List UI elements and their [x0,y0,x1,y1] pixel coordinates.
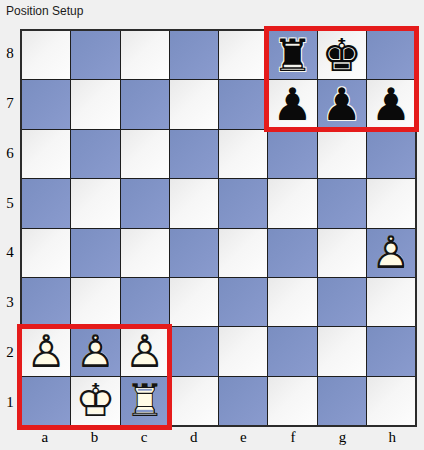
rank-labels: 87654321 [2,29,18,427]
square-e2[interactable] [219,327,267,375]
square-h3[interactable] [367,278,415,326]
square-h6[interactable] [367,130,415,178]
square-f1[interactable] [268,377,316,425]
square-d4[interactable] [170,229,218,277]
rank-label-5: 5 [2,178,18,228]
square-h4[interactable]: ♟♙ [367,229,415,277]
square-a2[interactable]: ♟♙ [22,327,70,375]
square-g7[interactable]: ♟ [318,80,366,128]
black-pawn-piece: ♟ [367,80,415,128]
square-d8[interactable] [170,31,218,79]
square-g8[interactable]: ♚ [318,31,366,79]
file-label-d: d [169,429,219,449]
white-rook-piece: ♜♖ [121,377,169,425]
square-e5[interactable] [219,179,267,227]
square-b7[interactable] [71,80,119,128]
square-e3[interactable] [219,278,267,326]
square-e6[interactable] [219,130,267,178]
square-g1[interactable] [318,377,366,425]
black-king-piece: ♚ [318,31,366,79]
file-label-h: h [367,429,417,449]
square-h2[interactable] [367,327,415,375]
file-label-f: f [268,429,318,449]
square-b5[interactable] [71,179,119,227]
square-g4[interactable] [318,229,366,277]
white-pawn-piece: ♟♙ [71,327,119,375]
square-e4[interactable] [219,229,267,277]
page-title: Position Setup [6,4,83,18]
square-a7[interactable] [22,80,70,128]
square-b6[interactable] [71,130,119,178]
square-b1[interactable]: ♚♔ [71,377,119,425]
rank-label-1: 1 [2,377,18,427]
square-b8[interactable] [71,31,119,79]
square-a8[interactable] [22,31,70,79]
square-d5[interactable] [170,179,218,227]
square-c1[interactable]: ♜♖ [121,377,169,425]
black-pawn-piece: ♟ [318,80,366,128]
square-c3[interactable] [121,278,169,326]
square-g3[interactable] [318,278,366,326]
black-rook-piece: ♜ [268,31,316,79]
square-h7[interactable]: ♟ [367,80,415,128]
square-c2[interactable]: ♟♙ [121,327,169,375]
file-labels: abcdefgh [20,429,417,449]
square-b2[interactable]: ♟♙ [71,327,119,375]
square-d1[interactable] [170,377,218,425]
square-b3[interactable] [71,278,119,326]
square-f4[interactable] [268,229,316,277]
rank-label-8: 8 [2,29,18,79]
square-g5[interactable] [318,179,366,227]
square-a5[interactable] [22,179,70,227]
square-f7[interactable]: ♟ [268,80,316,128]
square-c4[interactable] [121,229,169,277]
rank-label-2: 2 [2,328,18,378]
rank-label-7: 7 [2,79,18,129]
square-d2[interactable] [170,327,218,375]
square-f3[interactable] [268,278,316,326]
square-e7[interactable] [219,80,267,128]
square-b4[interactable] [71,229,119,277]
square-e8[interactable] [219,31,267,79]
file-label-e: e [219,429,269,449]
white-pawn-piece: ♟♙ [367,229,415,277]
square-d7[interactable] [170,80,218,128]
white-king-piece: ♚♔ [71,377,119,425]
square-f8[interactable]: ♜ [268,31,316,79]
square-e1[interactable] [219,377,267,425]
square-f5[interactable] [268,179,316,227]
white-pawn-piece: ♟♙ [121,327,169,375]
chess-board[interactable]: ♜♚♟♟♟♟♙♟♙♟♙♟♙♚♔♜♖ [20,29,417,427]
rank-label-4: 4 [2,228,18,278]
square-h1[interactable] [367,377,415,425]
square-h5[interactable] [367,179,415,227]
square-c6[interactable] [121,130,169,178]
square-a6[interactable] [22,130,70,178]
square-g2[interactable] [318,327,366,375]
black-pawn-piece: ♟ [268,80,316,128]
square-a4[interactable] [22,229,70,277]
square-g6[interactable] [318,130,366,178]
square-c5[interactable] [121,179,169,227]
rank-label-3: 3 [2,278,18,328]
square-a3[interactable] [22,278,70,326]
file-label-b: b [70,429,120,449]
square-c7[interactable] [121,80,169,128]
square-d6[interactable] [170,130,218,178]
square-h8[interactable] [367,31,415,79]
file-label-c: c [119,429,169,449]
square-d3[interactable] [170,278,218,326]
square-f2[interactable] [268,327,316,375]
square-c8[interactable] [121,31,169,79]
square-a1[interactable] [22,377,70,425]
white-pawn-piece: ♟♙ [22,327,70,375]
square-f6[interactable] [268,130,316,178]
file-label-a: a [20,429,70,449]
rank-label-6: 6 [2,129,18,179]
file-label-g: g [318,429,368,449]
